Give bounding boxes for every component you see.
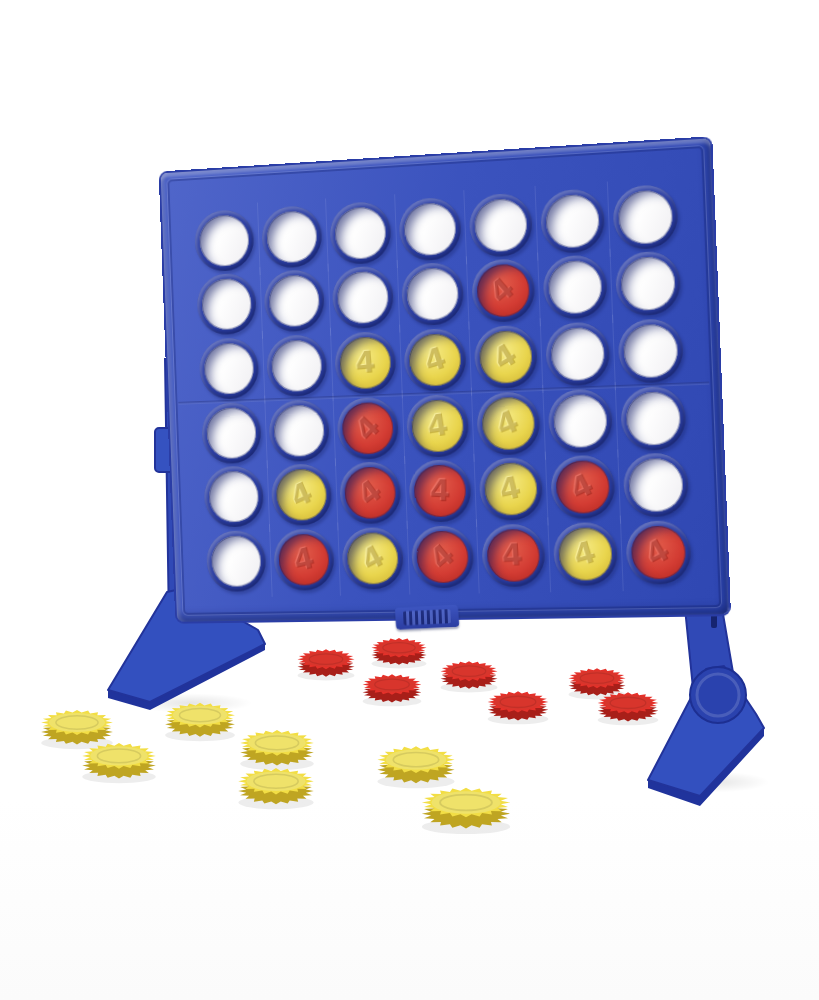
hole-ring: 4: [273, 529, 335, 591]
hole-ring: 4: [478, 457, 543, 521]
board-cell-r2c1: [192, 271, 261, 338]
hole-ring: 4: [339, 462, 402, 525]
loose-red-checker[interactable]: [369, 635, 429, 669]
board-cell-r4c3: 4: [332, 394, 404, 462]
board-grid: 444444444444444444: [190, 181, 696, 594]
piece-r3c4-yellow[interactable]: 4: [408, 333, 461, 387]
hole-r2c6-empty[interactable]: [547, 260, 602, 315]
hole-r3c1-empty[interactable]: [204, 342, 255, 395]
embossed-4-glyph: 4: [497, 472, 524, 506]
hole-r2c1-empty[interactable]: [202, 278, 253, 331]
piece-r6c7-red[interactable]: 4: [630, 526, 686, 580]
loose-red-checker[interactable]: [295, 646, 357, 681]
hole-r2c2-empty[interactable]: [269, 274, 321, 328]
board-cell-r3c6: [540, 319, 615, 389]
board-cell-r1c4: [394, 194, 467, 263]
board-cell-r5c2: 4: [267, 462, 338, 529]
board-cell-r5c6: 4: [545, 453, 620, 522]
piece-r6c4-red[interactable]: 4: [416, 531, 470, 584]
board-cell-r1c2: [257, 202, 327, 270]
hole-r4c2-empty[interactable]: [273, 404, 325, 457]
embossed-4-glyph: 4: [425, 539, 460, 575]
embossed-4-glyph: 4: [489, 339, 523, 376]
hole-r4c7-empty[interactable]: [625, 391, 681, 446]
hole-ring: [261, 205, 323, 269]
hole-r5c1-empty[interactable]: [209, 471, 260, 523]
loose-red-checker[interactable]: [595, 689, 661, 726]
embossed-4-glyph: 4: [425, 409, 450, 442]
board-cell-r5c4: 4: [404, 458, 477, 526]
hole-r1c4-empty[interactable]: [403, 202, 456, 257]
board-cell-r1c5: [464, 190, 538, 260]
hole-ring: [542, 255, 608, 321]
embossed-4-glyph: 4: [485, 273, 520, 310]
piece-r2c5-red[interactable]: 4: [476, 264, 530, 319]
loose-red-checker[interactable]: [485, 688, 551, 725]
piece-r5c2-yellow[interactable]: 4: [276, 469, 328, 522]
hole-ring: [206, 530, 267, 592]
hole-r1c2-empty[interactable]: [266, 210, 318, 264]
hole-ring: 4: [334, 331, 397, 395]
hole-r1c7-empty[interactable]: [617, 189, 673, 245]
hole-ring: [199, 337, 260, 400]
board-cell-r6c4: 4: [406, 523, 479, 590]
piece-r6c3-yellow[interactable]: 4: [346, 532, 399, 585]
board-cell-r4c1: [197, 400, 266, 467]
board-cell-r4c4: 4: [401, 392, 474, 460]
hole-r2c3-empty[interactable]: [337, 271, 390, 325]
hole-r6c1-empty[interactable]: [211, 535, 262, 587]
hole-ring: [264, 269, 326, 333]
hole-ring: 4: [552, 522, 618, 586]
hole-ring: [547, 388, 613, 453]
hole-r3c7-empty[interactable]: [622, 323, 678, 378]
loose-red-checker[interactable]: [360, 671, 424, 707]
board-frame: 444444444444444444: [161, 138, 729, 621]
hole-ring: [194, 209, 255, 273]
hole-ring: [197, 273, 258, 336]
hole-ring: 4: [341, 527, 404, 590]
board-cell-r1c1: [190, 207, 259, 275]
embossed-4-glyph: 4: [493, 405, 524, 441]
hole-ring: 4: [473, 325, 538, 390]
piece-r6c2-red[interactable]: 4: [278, 534, 330, 586]
hole-ring: 4: [625, 520, 692, 585]
board-cell-r3c4: 4: [399, 326, 472, 395]
hole-ring: 4: [406, 394, 470, 458]
loose-yellow-checker[interactable]: [162, 699, 238, 742]
board-cell-r2c4: [396, 260, 469, 329]
hole-ring: [617, 318, 684, 384]
board-cell-r4c6: [543, 386, 618, 455]
piece-r3c5-yellow[interactable]: 4: [479, 330, 533, 385]
board-cell-r4c5: 4: [471, 389, 545, 458]
embossed-4-glyph: 4: [502, 540, 525, 571]
hole-ring: [398, 196, 462, 261]
embossed-4-glyph: 4: [566, 469, 599, 506]
hole-ring: [332, 266, 395, 330]
embossed-4-glyph: 4: [354, 347, 377, 379]
embossed-4-glyph: 4: [287, 478, 317, 513]
embossed-4-glyph: 4: [421, 343, 450, 378]
embossed-4-glyph: 4: [641, 534, 675, 571]
hole-ring: [401, 262, 465, 327]
board-cell-r6c1: [202, 528, 272, 594]
hole-ring: [614, 251, 681, 317]
board-cell-r5c7: [618, 451, 694, 520]
embossed-4-glyph: 4: [430, 476, 451, 506]
board-cell-r6c5: 4: [476, 522, 550, 590]
embossed-4-glyph: 4: [291, 543, 318, 577]
hole-ring: [612, 183, 679, 250]
piece-r5c5-yellow[interactable]: 4: [484, 463, 538, 517]
board-cell-r2c2: [259, 267, 329, 335]
board-cell-r2c7: [610, 249, 686, 320]
loose-yellow-checker[interactable]: [374, 742, 458, 789]
embossed-4-glyph: 4: [353, 475, 387, 511]
hole-ring: [204, 466, 265, 528]
hole-ring: 4: [408, 460, 472, 524]
hole-ring: 4: [403, 328, 467, 392]
board-cell-r5c3: 4: [335, 460, 407, 527]
board-cell-r6c6: 4: [548, 520, 623, 588]
hole-r1c3-empty[interactable]: [334, 206, 387, 260]
hole-r4c6-empty[interactable]: [552, 393, 607, 448]
slider-release-latch[interactable]: [395, 605, 460, 630]
board-cell-r6c3: 4: [337, 525, 409, 592]
loose-yellow-checker[interactable]: [79, 739, 159, 784]
board-cell-r6c2: 4: [269, 527, 340, 593]
hole-ring: [539, 188, 605, 254]
board-cell-r5c5: 4: [474, 455, 548, 523]
board-cell-r1c3: [325, 198, 396, 267]
piece-r5c3-red[interactable]: 4: [344, 467, 397, 520]
hole-r2c7-empty[interactable]: [620, 256, 676, 312]
hole-ring: 4: [481, 524, 546, 588]
hole-ring: [268, 399, 330, 462]
hole-ring: [201, 401, 262, 464]
board-cell-r6c7: 4: [620, 518, 696, 587]
hole-ring: [545, 321, 611, 387]
piece-r4c4-yellow[interactable]: 4: [411, 399, 464, 453]
board-cell-r3c5: 4: [469, 323, 543, 392]
hole-ring: [468, 192, 533, 258]
hole-ring: [620, 385, 687, 451]
hole-ring: [329, 200, 392, 265]
hole-ring: 4: [476, 391, 541, 456]
piece-r6c6-yellow[interactable]: 4: [558, 527, 613, 581]
embossed-4-glyph: 4: [357, 541, 389, 577]
board-cell-r3c2: [262, 332, 332, 399]
loose-yellow-checker[interactable]: [418, 783, 514, 835]
board-cell-r2c5: 4: [466, 256, 540, 326]
board-cell-r2c6: [538, 252, 613, 322]
board-cell-r3c3: 4: [330, 329, 402, 397]
piece-r4c5-yellow[interactable]: 4: [481, 396, 535, 450]
hole-ring: 4: [337, 396, 400, 460]
piece-r6c5-red[interactable]: 4: [486, 529, 540, 582]
board-cell-r3c1: [195, 335, 264, 402]
embossed-4-glyph: 4: [350, 410, 385, 446]
hole-r3c2-empty[interactable]: [271, 339, 323, 392]
board-cell-r3c7: [612, 316, 688, 386]
board-cell-r1c6: [535, 186, 610, 257]
hole-ring: 4: [411, 525, 475, 588]
connect-four-board: 444444444444444444: [161, 138, 729, 621]
hole-ring: 4: [471, 258, 536, 323]
hole-r1c6-empty[interactable]: [545, 193, 600, 249]
hole-ring: 4: [550, 455, 616, 520]
board-cell-r2c3: [327, 264, 398, 332]
board-cell-r4c7: [615, 383, 691, 453]
hole-r5c7-empty[interactable]: [627, 458, 683, 513]
hole-ring: [266, 334, 328, 397]
right-leg-slot: [711, 614, 717, 628]
board-cell-r5c1: [200, 464, 269, 530]
hole-ring: 4: [271, 464, 333, 527]
piece-r3c3-yellow[interactable]: 4: [339, 336, 392, 390]
hole-r2c4-empty[interactable]: [406, 267, 459, 321]
loose-yellow-checker[interactable]: [235, 764, 317, 810]
hole-r1c1-empty[interactable]: [199, 214, 250, 267]
embossed-4-glyph: 4: [570, 537, 599, 572]
piece-r5c4-red[interactable]: 4: [413, 465, 466, 518]
hole-r1c5-empty[interactable]: [474, 197, 528, 252]
board-cell-r1c7: [607, 181, 683, 252]
hole-ring: [622, 453, 689, 518]
piece-r4c3-red[interactable]: 4: [342, 401, 395, 454]
hole-r4c1-empty[interactable]: [206, 407, 257, 460]
hole-r3c6-empty[interactable]: [550, 327, 605, 382]
piece-r5c6-red[interactable]: 4: [555, 460, 610, 514]
connect-four-product-photo: 444444444444444444: [0, 0, 819, 1000]
board-cell-r4c2: [264, 397, 334, 464]
